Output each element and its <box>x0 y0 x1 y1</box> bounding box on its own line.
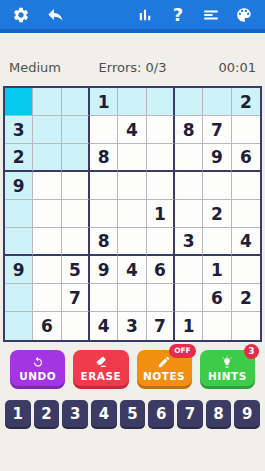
sudoku-cell-r2c5[interactable]: 4 <box>118 116 146 144</box>
sudoku-cell-r8c5[interactable] <box>118 284 146 312</box>
sudoku-cell-r6c7[interactable]: 3 <box>175 228 203 256</box>
sudoku-cell-r1c7[interactable] <box>175 88 203 116</box>
timer: 00:01 <box>179 60 256 75</box>
errors-counter: Errors: 0/3 <box>86 60 179 75</box>
sudoku-cell-r7c9[interactable] <box>232 256 260 284</box>
numpad-key-7[interactable]: 7 <box>177 400 203 427</box>
sudoku-cell-r2c2[interactable] <box>33 116 61 144</box>
sudoku-cell-r5c9[interactable] <box>232 200 260 228</box>
sudoku-cell-r5c7[interactable] <box>175 200 203 228</box>
sudoku-cell-r5c8[interactable]: 2 <box>203 200 231 228</box>
sudoku-cell-r1c9[interactable]: 2 <box>232 88 260 116</box>
sudoku-cell-r7c3[interactable]: 5 <box>62 256 90 284</box>
sudoku-cell-r4c5[interactable] <box>118 172 146 200</box>
theme-palette-icon[interactable] <box>233 4 255 26</box>
hints-count-badge: 3 <box>244 344 259 359</box>
sudoku-cell-r4c1[interactable]: 9 <box>5 172 33 200</box>
sudoku-cell-r4c7[interactable] <box>175 172 203 200</box>
sudoku-cell-r1c3[interactable] <box>62 88 90 116</box>
sudoku-cell-r4c9[interactable] <box>232 172 260 200</box>
sudoku-cell-r5c6[interactable]: 1 <box>147 200 175 228</box>
sudoku-cell-r1c1[interactable] <box>5 88 33 116</box>
sudoku-cell-r8c2[interactable] <box>33 284 61 312</box>
sudoku-cell-r7c5[interactable]: 4 <box>118 256 146 284</box>
sudoku-cell-r2c1[interactable]: 3 <box>5 116 33 144</box>
sudoku-cell-r6c3[interactable] <box>62 228 90 256</box>
sudoku-cell-r6c6[interactable] <box>147 228 175 256</box>
sudoku-cell-r9c5[interactable]: 3 <box>118 312 146 340</box>
help-question-icon[interactable]: ? <box>167 4 189 26</box>
numpad-key-4[interactable]: 4 <box>91 400 117 427</box>
sudoku-cell-r7c7[interactable] <box>175 256 203 284</box>
top-toolbar: ? <box>0 0 265 33</box>
sudoku-cell-r3c7[interactable] <box>175 144 203 172</box>
numpad: 123456789 <box>5 400 260 427</box>
numpad-key-3[interactable]: 3 <box>62 400 88 427</box>
sudoku-cell-r7c4[interactable]: 9 <box>90 256 118 284</box>
sudoku-cell-r9c2[interactable]: 6 <box>33 312 61 340</box>
sudoku-cell-r4c2[interactable] <box>33 172 61 200</box>
hints-button[interactable]: 3 HINTS <box>200 350 255 386</box>
sudoku-cell-r1c5[interactable] <box>118 88 146 116</box>
sudoku-cell-r3c5[interactable] <box>118 144 146 172</box>
numpad-key-1[interactable]: 1 <box>5 400 31 427</box>
sudoku-cell-r7c2[interactable] <box>33 256 61 284</box>
numpad-key-9[interactable]: 9 <box>234 400 260 427</box>
sudoku-cell-r3c3[interactable] <box>62 144 90 172</box>
sudoku-cell-r8c8[interactable]: 6 <box>203 284 231 312</box>
notes-button[interactable]: OFF NOTES <box>137 350 192 386</box>
numpad-key-8[interactable]: 8 <box>206 400 232 427</box>
notes-off-badge: OFF <box>169 344 196 358</box>
numpad-key-6[interactable]: 6 <box>148 400 174 427</box>
erase-button[interactable]: ERASE <box>73 350 128 386</box>
sudoku-cell-r8c7[interactable] <box>175 284 203 312</box>
sudoku-cell-r3c8[interactable]: 9 <box>203 144 231 172</box>
sudoku-cell-r9c4[interactable]: 4 <box>90 312 118 340</box>
statistics-bar-chart-icon[interactable] <box>134 4 156 26</box>
sudoku-cell-r1c8[interactable] <box>203 88 231 116</box>
numpad-key-5[interactable]: 5 <box>120 400 146 427</box>
sudoku-cell-r8c4[interactable] <box>90 284 118 312</box>
sudoku-cell-r9c1[interactable] <box>5 312 33 340</box>
sudoku-cell-r6c2[interactable] <box>33 228 61 256</box>
sudoku-cell-r2c8[interactable]: 7 <box>203 116 231 144</box>
sudoku-cell-r4c6[interactable] <box>147 172 175 200</box>
sudoku-cell-r6c1[interactable] <box>5 228 33 256</box>
eraser-icon <box>93 355 108 369</box>
sudoku-cell-r4c8[interactable] <box>203 172 231 200</box>
sudoku-cell-r3c1[interactable]: 2 <box>5 144 33 172</box>
sudoku-board: 123487289691283495946176264371 <box>3 86 262 342</box>
sudoku-cell-r5c3[interactable] <box>62 200 90 228</box>
sudoku-cell-r4c4[interactable] <box>90 172 118 200</box>
sudoku-cell-r9c9[interactable] <box>232 312 260 340</box>
sudoku-cell-r2c9[interactable] <box>232 116 260 144</box>
sudoku-cell-r5c1[interactable] <box>5 200 33 228</box>
sudoku-cell-r5c4[interactable] <box>90 200 118 228</box>
sudoku-cell-r2c6[interactable] <box>147 116 175 144</box>
sudoku-cell-r6c5[interactable] <box>118 228 146 256</box>
sudoku-cell-r9c6[interactable]: 7 <box>147 312 175 340</box>
sudoku-cell-r7c8[interactable]: 1 <box>203 256 231 284</box>
sudoku-cell-r5c5[interactable] <box>118 200 146 228</box>
sudoku-cell-r1c2[interactable] <box>33 88 61 116</box>
undo-rotate-icon <box>31 355 45 369</box>
sudoku-cell-r2c7[interactable]: 8 <box>175 116 203 144</box>
sudoku-cell-r3c4[interactable]: 8 <box>90 144 118 172</box>
sudoku-cell-r9c3[interactable] <box>62 312 90 340</box>
sudoku-cell-r3c2[interactable] <box>33 144 61 172</box>
sudoku-cell-r7c1[interactable]: 9 <box>5 256 33 284</box>
sudoku-cell-r8c3[interactable]: 7 <box>62 284 90 312</box>
sudoku-cell-r3c9[interactable]: 6 <box>232 144 260 172</box>
menu-list-icon[interactable] <box>200 4 222 26</box>
sudoku-cell-r9c7[interactable]: 1 <box>175 312 203 340</box>
pencil-icon <box>157 355 171 369</box>
sudoku-cell-r6c8[interactable] <box>203 228 231 256</box>
sudoku-cell-r1c4[interactable]: 1 <box>90 88 118 116</box>
sudoku-cell-r8c1[interactable] <box>5 284 33 312</box>
sudoku-cell-r6c9[interactable]: 4 <box>232 228 260 256</box>
lightbulb-icon <box>220 355 234 369</box>
control-buttons: UNDO ERASE OFF NOTES 3 HINTS <box>10 350 255 386</box>
sudoku-cell-r7c6[interactable]: 6 <box>147 256 175 284</box>
status-row: Medium Errors: 0/3 00:01 <box>9 59 256 75</box>
sudoku-cell-r1c6[interactable] <box>147 88 175 116</box>
undo-button[interactable]: UNDO <box>10 350 65 386</box>
difficulty-label: Medium <box>9 60 86 75</box>
sudoku-cell-r2c3[interactable] <box>62 116 90 144</box>
sudoku-cell-r5c2[interactable] <box>33 200 61 228</box>
sudoku-cell-r9c8[interactable] <box>203 312 231 340</box>
numpad-key-2[interactable]: 2 <box>34 400 60 427</box>
back-undo-arrow-icon[interactable] <box>44 4 66 26</box>
sudoku-cell-r8c9[interactable]: 2 <box>232 284 260 312</box>
sudoku-cell-r2c4[interactable] <box>90 116 118 144</box>
sudoku-cell-r3c6[interactable] <box>147 144 175 172</box>
sudoku-cell-r6c4[interactable]: 8 <box>90 228 118 256</box>
settings-gear-icon[interactable] <box>10 4 32 26</box>
sudoku-cell-r8c6[interactable] <box>147 284 175 312</box>
sudoku-cell-r4c3[interactable] <box>62 172 90 200</box>
